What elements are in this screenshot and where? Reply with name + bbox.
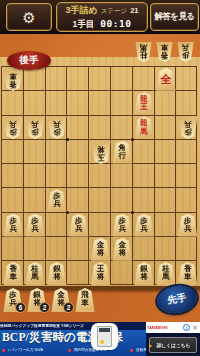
piece-gote-香車[interactable]: 香車 bbox=[3, 68, 23, 91]
piece-sente-歩兵[interactable]: 歩兵 bbox=[178, 214, 198, 237]
gear-icon: ⚙ bbox=[22, 10, 35, 25]
ad-main-area[interactable]: 長時間バックアップ無停電電源装置 YSBシリーズ BCP/災害時の電源確保 ✓ハ… bbox=[0, 322, 146, 356]
puzzle-type-label: 3手詰め bbox=[65, 4, 97, 17]
piece-sente-飛車[interactable]: 飛車 bbox=[75, 288, 95, 312]
piece-gote-玉将[interactable]: 玉将 bbox=[91, 141, 111, 164]
stage-label: ステージ bbox=[101, 7, 127, 16]
ad-cta-button[interactable]: ▶ 詳しくはこちら bbox=[149, 337, 197, 353]
gote-player-badge: 後手 bbox=[7, 51, 51, 70]
cta-arrow-icon: ▶ bbox=[149, 343, 152, 348]
ad-brand-bar: YAMABISHI i ✕ bbox=[146, 322, 200, 333]
piece-sente-歩兵[interactable]: 歩兵 bbox=[47, 189, 67, 212]
piece-gote-歩兵[interactable]: 歩兵 bbox=[25, 116, 45, 139]
piece-sente-龍王[interactable]: 龍王 bbox=[134, 92, 154, 115]
ad-side-panel: YAMABISHI i ✕ ▶ 詳しくはこちら bbox=[146, 322, 200, 356]
piece-gote-桂馬[interactable]: 桂馬 bbox=[135, 42, 152, 62]
hand-count-badge: 2 bbox=[63, 302, 74, 313]
ad-feature-item: ✓ハイパワー出力 5kVA bbox=[2, 346, 66, 355]
piece-sente-歩兵[interactable]: 歩兵 bbox=[134, 214, 154, 237]
piece-sente-金将[interactable]: 金将 bbox=[91, 238, 111, 261]
ad-banner[interactable]: 長時間バックアップ無停電電源装置 YSBシリーズ BCP/災害時の電源確保 ✓ハ… bbox=[0, 322, 200, 356]
board-grid[interactable]: 香車全龍王歩兵歩兵歩兵龍馬歩兵玉将角行歩兵歩兵歩兵歩兵歩兵歩兵歩兵金将金将香車桂… bbox=[1, 66, 197, 285]
shogi-board: 香車全龍王歩兵歩兵歩兵龍馬歩兵玉将角行歩兵歩兵歩兵歩兵歩兵歩兵歩兵金将金将香車桂… bbox=[0, 57, 200, 290]
piece-gote-歩兵[interactable]: 歩兵 bbox=[3, 116, 23, 139]
ad-feature-item: ✓自動高速切替 10ms bbox=[130, 346, 146, 355]
settings-button[interactable]: ⚙ bbox=[6, 3, 52, 31]
ad-product-label: 長時間バックアップ無停電電源装置 YSBシリーズ bbox=[0, 323, 84, 329]
piece-gote-歩兵[interactable]: 歩兵 bbox=[47, 116, 67, 139]
piece-sente-角行[interactable]: 角行 bbox=[112, 141, 132, 164]
hand-count-badge: 2 bbox=[39, 302, 50, 313]
piece-sente-銀将[interactable]: 銀将 bbox=[47, 262, 67, 285]
sente-hand-tray[interactable]: 歩兵6銀将2金将2飛車 bbox=[3, 288, 95, 312]
ad-info-icon[interactable]: i bbox=[183, 324, 190, 331]
cta-label: 詳しくはこちら bbox=[157, 341, 190, 348]
piece-gote-歩兵[interactable]: 歩兵 bbox=[178, 116, 198, 139]
piece-sente-龍馬[interactable]: 龍馬 bbox=[134, 116, 154, 139]
app-screen: ⚙ 3手詰め ステージ 21 1手目 00:10 解答を見る 後手 先手 桂馬香… bbox=[0, 0, 200, 356]
stage-number: 21 bbox=[130, 6, 138, 15]
piece-sente-桂馬[interactable]: 桂馬 bbox=[156, 262, 176, 285]
piece-sente-銀将[interactable]: 銀将 bbox=[134, 262, 154, 285]
piece-sente-香車[interactable]: 香車 bbox=[178, 262, 198, 285]
hand-piece-歩兵[interactable]: 歩兵6 bbox=[3, 288, 23, 312]
header-bar: ⚙ 3手詰め ステージ 21 1手目 00:10 解答を見る bbox=[0, 0, 200, 34]
hoshi-dot bbox=[131, 138, 134, 141]
piece-sente-桂馬[interactable]: 桂馬 bbox=[25, 262, 45, 285]
piece-sente-王将[interactable]: 王将 bbox=[91, 262, 111, 285]
hand-piece-歩兵[interactable]: 歩兵 bbox=[177, 42, 194, 62]
puzzle-info-panel: 3手詰め ステージ 21 1手目 00:10 bbox=[56, 2, 148, 32]
hand-piece-桂馬[interactable]: 桂馬 bbox=[135, 42, 152, 62]
piece-sente-歩兵[interactable]: 歩兵 bbox=[25, 214, 45, 237]
hand-piece-香車[interactable]: 香車 bbox=[156, 42, 173, 62]
timer: 00:10 bbox=[100, 18, 131, 29]
check-icon: ✓ bbox=[68, 349, 71, 352]
piece-sente-歩兵[interactable]: 歩兵 bbox=[112, 214, 132, 237]
check-icon: ✓ bbox=[130, 349, 133, 352]
ad-product-image bbox=[91, 323, 118, 350]
hoshi-dot bbox=[131, 211, 134, 214]
check-icon: ✓ bbox=[2, 349, 5, 352]
ad-close-icon[interactable]: ✕ bbox=[191, 324, 199, 331]
ups-device-icon bbox=[97, 326, 112, 347]
ad-feature-list: ✓ハイパワー出力 5kVA✓長時間大容量蓄電池✓自動高速切替 10ms bbox=[2, 346, 146, 355]
piece-sente-歩兵[interactable]: 歩兵 bbox=[3, 214, 23, 237]
hand-piece-銀将[interactable]: 銀将2 bbox=[27, 288, 47, 312]
hand-count-badge: 6 bbox=[15, 302, 26, 313]
piece-sente-歩兵[interactable]: 歩兵 bbox=[69, 214, 89, 237]
gote-hand-tray[interactable]: 桂馬香車歩兵 bbox=[135, 42, 194, 62]
piece-sente-成銀[interactable]: 全 bbox=[156, 68, 176, 91]
move-counter: 1手目 bbox=[73, 19, 95, 31]
piece-gote-歩兵[interactable]: 歩兵 bbox=[177, 42, 194, 62]
hand-piece-金将[interactable]: 金将2 bbox=[51, 288, 71, 312]
ad-top-strip: 長時間バックアップ無停電電源装置 YSBシリーズ bbox=[0, 322, 146, 330]
show-answer-button[interactable]: 解答を見る bbox=[150, 3, 199, 31]
piece-gote-香車[interactable]: 香車 bbox=[156, 42, 173, 62]
ad-brand-logo: YAMABISHI bbox=[147, 326, 168, 330]
hoshi-dot bbox=[66, 138, 69, 141]
hand-piece-飛車[interactable]: 飛車 bbox=[75, 288, 95, 312]
piece-sente-香車[interactable]: 香車 bbox=[3, 262, 23, 285]
piece-sente-金将[interactable]: 金将 bbox=[112, 238, 132, 261]
